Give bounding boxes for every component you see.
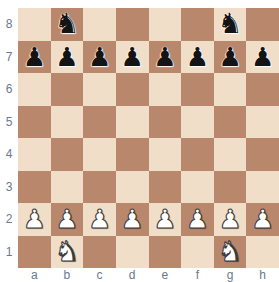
square-f4[interactable] xyxy=(181,138,214,171)
square-d3[interactable] xyxy=(116,171,149,204)
square-b7[interactable]: ♟ xyxy=(51,41,84,74)
square-b4[interactable] xyxy=(51,138,84,171)
file-label-g: g xyxy=(214,267,247,282)
square-h2[interactable]: ♟ xyxy=(246,203,279,236)
black-pawn[interactable]: ♟ xyxy=(186,44,209,70)
rank-label-2: 2 xyxy=(0,203,18,236)
white-pawn[interactable]: ♟ xyxy=(186,206,209,232)
square-c4[interactable] xyxy=(83,138,116,171)
white-pawn[interactable]: ♟ xyxy=(23,206,46,232)
square-e2[interactable]: ♟ xyxy=(149,203,182,236)
square-h7[interactable]: ♟ xyxy=(246,41,279,74)
rank-label-4: 4 xyxy=(0,138,18,171)
square-e3[interactable] xyxy=(149,171,182,204)
white-pawn[interactable]: ♟ xyxy=(153,206,176,232)
black-pawn[interactable]: ♟ xyxy=(55,44,78,70)
white-pawn[interactable]: ♟ xyxy=(251,206,274,232)
square-e1[interactable] xyxy=(149,236,182,269)
square-c5[interactable] xyxy=(83,106,116,139)
square-b2[interactable]: ♟ xyxy=(51,203,84,236)
square-d6[interactable] xyxy=(116,73,149,106)
square-d5[interactable] xyxy=(116,106,149,139)
chess-board: ♞♞♟♟♟♟♟♟♟♟♟♟♟♟♟♟♟♟♞♞ xyxy=(18,8,279,268)
white-pawn[interactable]: ♟ xyxy=(88,206,111,232)
square-h8[interactable] xyxy=(246,8,279,41)
file-label-a: a xyxy=(18,267,51,282)
square-d4[interactable] xyxy=(116,138,149,171)
square-b5[interactable] xyxy=(51,106,84,139)
square-c1[interactable] xyxy=(83,236,116,269)
square-c6[interactable] xyxy=(83,73,116,106)
rank-label-8: 8 xyxy=(0,8,18,41)
square-a2[interactable]: ♟ xyxy=(18,203,51,236)
rank-label-5: 5 xyxy=(0,106,18,139)
square-g5[interactable] xyxy=(214,106,247,139)
square-g1[interactable]: ♞ xyxy=(214,236,247,269)
square-h3[interactable] xyxy=(246,171,279,204)
white-pawn[interactable]: ♟ xyxy=(121,206,144,232)
white-knight[interactable]: ♞ xyxy=(218,238,243,266)
square-a8[interactable] xyxy=(18,8,51,41)
square-g2[interactable]: ♟ xyxy=(214,203,247,236)
square-h1[interactable] xyxy=(246,236,279,269)
square-c7[interactable]: ♟ xyxy=(83,41,116,74)
black-pawn[interactable]: ♟ xyxy=(218,44,241,70)
black-pawn[interactable]: ♟ xyxy=(88,44,111,70)
square-e4[interactable] xyxy=(149,138,182,171)
file-label-f: f xyxy=(181,267,214,282)
square-a1[interactable] xyxy=(18,236,51,269)
square-f5[interactable] xyxy=(181,106,214,139)
square-g8[interactable]: ♞ xyxy=(214,8,247,41)
square-g7[interactable]: ♟ xyxy=(214,41,247,74)
square-h6[interactable] xyxy=(246,73,279,106)
square-f2[interactable]: ♟ xyxy=(181,203,214,236)
file-label-c: c xyxy=(83,267,116,282)
square-b3[interactable] xyxy=(51,171,84,204)
square-b8[interactable]: ♞ xyxy=(51,8,84,41)
square-e7[interactable]: ♟ xyxy=(149,41,182,74)
square-f6[interactable] xyxy=(181,73,214,106)
square-g6[interactable] xyxy=(214,73,247,106)
square-d2[interactable]: ♟ xyxy=(116,203,149,236)
rank-label-7: 7 xyxy=(0,41,18,74)
square-c8[interactable] xyxy=(83,8,116,41)
square-a5[interactable] xyxy=(18,106,51,139)
square-d1[interactable] xyxy=(116,236,149,269)
square-b1[interactable]: ♞ xyxy=(51,236,84,269)
square-h4[interactable] xyxy=(246,138,279,171)
square-f3[interactable] xyxy=(181,171,214,204)
square-c3[interactable] xyxy=(83,171,116,204)
file-label-d: d xyxy=(116,267,149,282)
file-labels: abcdefgh xyxy=(18,267,279,282)
square-e8[interactable] xyxy=(149,8,182,41)
rank-labels: 87654321 xyxy=(0,8,18,268)
black-knight[interactable]: ♞ xyxy=(218,10,243,38)
white-pawn[interactable]: ♟ xyxy=(218,206,241,232)
square-h5[interactable] xyxy=(246,106,279,139)
square-c2[interactable]: ♟ xyxy=(83,203,116,236)
chess-app: 87654321 ♞♞♟♟♟♟♟♟♟♟♟♟♟♟♟♟♟♟♞♞ abcdefgh xyxy=(0,0,279,282)
square-e6[interactable] xyxy=(149,73,182,106)
rank-label-3: 3 xyxy=(0,171,18,204)
square-g4[interactable] xyxy=(214,138,247,171)
black-knight[interactable]: ♞ xyxy=(54,10,79,38)
file-label-h: h xyxy=(246,267,279,282)
black-pawn[interactable]: ♟ xyxy=(153,44,176,70)
square-g3[interactable] xyxy=(214,171,247,204)
file-label-e: e xyxy=(149,267,182,282)
rank-label-1: 1 xyxy=(0,236,18,269)
square-e5[interactable] xyxy=(149,106,182,139)
file-label-b: b xyxy=(51,267,84,282)
rank-label-6: 6 xyxy=(0,73,18,106)
white-pawn[interactable]: ♟ xyxy=(55,206,78,232)
black-pawn[interactable]: ♟ xyxy=(251,44,274,70)
square-d8[interactable] xyxy=(116,8,149,41)
square-f1[interactable] xyxy=(181,236,214,269)
square-b6[interactable] xyxy=(51,73,84,106)
black-pawn[interactable]: ♟ xyxy=(121,44,144,70)
black-pawn[interactable]: ♟ xyxy=(23,44,46,70)
square-a4[interactable] xyxy=(18,138,51,171)
square-a6[interactable] xyxy=(18,73,51,106)
white-knight[interactable]: ♞ xyxy=(54,238,79,266)
square-a3[interactable] xyxy=(18,171,51,204)
square-f7[interactable]: ♟ xyxy=(181,41,214,74)
square-a7[interactable]: ♟ xyxy=(18,41,51,74)
square-d7[interactable]: ♟ xyxy=(116,41,149,74)
square-f8[interactable] xyxy=(181,8,214,41)
